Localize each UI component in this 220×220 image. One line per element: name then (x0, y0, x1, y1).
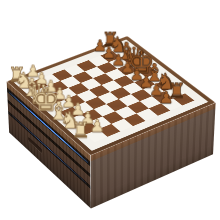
drawer-handle (28, 137, 42, 154)
chess-board: ♜︎♞︎♝︎♛︎♚︎♝︎♞︎♜︎♟︎♟︎♟︎♟︎♟︎♟︎♟︎♟︎♟︎♟︎♟︎♟︎… (7, 36, 216, 156)
product-photo: ♜︎♞︎♝︎♛︎♚︎♝︎♞︎♜︎♟︎♟︎♟︎♟︎♟︎♟︎♟︎♟︎♟︎♟︎♟︎♟︎… (0, 0, 220, 220)
